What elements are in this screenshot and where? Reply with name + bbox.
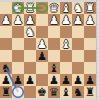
square-f8[interactable] bbox=[24, 86, 36, 98]
square-f3[interactable]: ♞ bbox=[24, 26, 36, 38]
square-e8[interactable]: ♚ bbox=[36, 86, 48, 98]
square-a4[interactable] bbox=[84, 38, 96, 50]
square-h2[interactable]: ♟ bbox=[0, 14, 12, 26]
piece-bP-f7[interactable]: ♟ bbox=[25, 74, 35, 86]
square-c8[interactable]: ♝ bbox=[60, 86, 72, 98]
square-c2[interactable]: ♟ bbox=[60, 14, 72, 26]
square-h3[interactable] bbox=[0, 26, 12, 38]
square-b2[interactable]: ♟ bbox=[72, 14, 84, 26]
piece-bR-a8[interactable]: ♜ bbox=[85, 86, 95, 98]
piece-wP-d2[interactable]: ♟ bbox=[49, 14, 59, 26]
square-d2[interactable]: ♟ bbox=[48, 14, 60, 26]
piece-bK-e8[interactable]: ♚ bbox=[37, 86, 47, 98]
square-g2[interactable]: ♟ bbox=[12, 14, 24, 26]
square-b3[interactable] bbox=[72, 26, 84, 38]
square-g5[interactable] bbox=[12, 50, 24, 62]
square-a8[interactable]: ♜ bbox=[84, 86, 96, 98]
square-b8[interactable]: ♞ bbox=[72, 86, 84, 98]
square-h4[interactable] bbox=[0, 38, 12, 50]
square-e5[interactable]: ♟ bbox=[36, 50, 48, 62]
square-g8[interactable] bbox=[12, 86, 24, 98]
square-d4[interactable] bbox=[48, 38, 60, 50]
piece-bN-b8[interactable]: ♞ bbox=[73, 86, 83, 98]
square-f5[interactable] bbox=[24, 50, 36, 62]
square-f7[interactable]: ♟ bbox=[24, 74, 36, 86]
piece-wP-a2[interactable]: ♟ bbox=[85, 14, 95, 26]
chess-board[interactable]: ♚♜♛♝♞♜♟♟♟♟♟♟♟♞♟♝♟♞♝♟♟♟♟♟♟♟♜♚♛♝♞♜ bbox=[0, 2, 96, 98]
square-c4[interactable]: ♝ bbox=[60, 38, 72, 50]
square-a3[interactable] bbox=[84, 26, 96, 38]
square-g4[interactable] bbox=[12, 38, 24, 50]
square-e2[interactable] bbox=[36, 14, 48, 26]
square-f4[interactable] bbox=[24, 38, 36, 50]
piece-wP-b2[interactable]: ♟ bbox=[73, 14, 83, 26]
piece-bQ-d8[interactable]: ♛ bbox=[49, 86, 59, 98]
piece-wP-g2[interactable]: ♟ bbox=[13, 14, 23, 26]
piece-bR-h8[interactable]: ♜ bbox=[1, 86, 11, 98]
piece-wP-h2[interactable]: ♟ bbox=[1, 14, 11, 26]
piece-wN-f3[interactable]: ♞ bbox=[25, 26, 35, 38]
piece-bP-e5[interactable]: ♟ bbox=[37, 50, 47, 62]
background-strip-right bbox=[96, 0, 99, 100]
square-e1[interactable] bbox=[36, 2, 48, 14]
square-a2[interactable]: ♟ bbox=[84, 14, 96, 26]
piece-wB-c4[interactable]: ♝ bbox=[61, 38, 71, 50]
square-d8[interactable]: ♛ bbox=[48, 86, 60, 98]
square-g7[interactable]: ♟ bbox=[12, 74, 24, 86]
square-h8[interactable]: ♜ bbox=[0, 86, 12, 98]
piece-bB-c8[interactable]: ♝ bbox=[61, 86, 71, 98]
piece-wP-c2[interactable]: ♟ bbox=[61, 14, 71, 26]
square-d3[interactable] bbox=[48, 26, 60, 38]
piece-bP-g7[interactable]: ♟ bbox=[13, 74, 23, 86]
square-e6[interactable] bbox=[36, 62, 48, 74]
square-b4[interactable] bbox=[72, 38, 84, 50]
square-b5[interactable] bbox=[72, 50, 84, 62]
square-g3[interactable] bbox=[12, 26, 24, 38]
square-a5[interactable] bbox=[84, 50, 96, 62]
square-c5[interactable] bbox=[60, 50, 72, 62]
